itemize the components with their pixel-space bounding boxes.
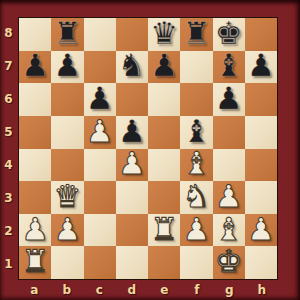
square-e6[interactable] (148, 83, 180, 116)
square-f5[interactable]: ♝ (180, 116, 212, 149)
square-a1[interactable]: ♜ (19, 246, 51, 279)
square-c5[interactable]: ♟ (84, 116, 116, 149)
square-b7[interactable]: ♟ (51, 51, 83, 84)
rank-label-7: 7 (0, 59, 17, 73)
square-h2[interactable]: ♟ (245, 214, 277, 247)
square-b2[interactable]: ♟ (51, 214, 83, 247)
square-a5[interactable] (19, 116, 51, 149)
square-g5[interactable] (213, 116, 245, 149)
black-pawn[interactable]: ♟ (86, 83, 114, 114)
rank-label-3: 3 (0, 191, 17, 205)
rank-label-1: 1 (0, 257, 17, 271)
file-label-f: f (187, 281, 207, 300)
file-label-b: b (57, 281, 77, 300)
square-b6[interactable] (51, 83, 83, 116)
square-g1[interactable]: ♚ (213, 246, 245, 279)
square-d1[interactable] (116, 246, 148, 279)
square-h6[interactable] (245, 83, 277, 116)
square-f4[interactable]: ♝ (180, 149, 212, 182)
white-pawn[interactable]: ♟ (21, 214, 49, 245)
square-b5[interactable] (51, 116, 83, 149)
rank-label-4: 4 (0, 158, 17, 172)
square-g3[interactable]: ♟ (213, 181, 245, 214)
square-e1[interactable] (148, 246, 180, 279)
white-bishop[interactable]: ♝ (182, 148, 210, 179)
white-pawn[interactable]: ♟ (53, 214, 81, 245)
square-h4[interactable] (245, 149, 277, 182)
white-bishop[interactable]: ♝ (215, 214, 243, 245)
square-e3[interactable] (148, 181, 180, 214)
white-knight[interactable]: ♞ (182, 181, 210, 212)
square-d2[interactable] (116, 214, 148, 247)
white-pawn[interactable]: ♟ (86, 116, 114, 147)
square-a2[interactable]: ♟ (19, 214, 51, 247)
white-king[interactable]: ♚ (215, 246, 243, 277)
square-a3[interactable] (19, 181, 51, 214)
square-e8[interactable]: ♛ (148, 18, 180, 51)
square-h3[interactable] (245, 181, 277, 214)
square-d8[interactable] (116, 18, 148, 51)
black-pawn[interactable]: ♟ (150, 50, 178, 81)
black-rook[interactable]: ♜ (182, 18, 210, 49)
square-g6[interactable]: ♟ (213, 83, 245, 116)
square-b8[interactable]: ♜ (51, 18, 83, 51)
black-queen[interactable]: ♛ (150, 18, 178, 49)
square-e5[interactable] (148, 116, 180, 149)
square-a7[interactable]: ♟ (19, 51, 51, 84)
square-h8[interactable] (245, 18, 277, 51)
square-f2[interactable]: ♟ (180, 214, 212, 247)
rank-label-6: 6 (0, 92, 17, 106)
square-a8[interactable] (19, 18, 51, 51)
square-e2[interactable]: ♜ (148, 214, 180, 247)
square-a4[interactable] (19, 149, 51, 182)
white-pawn[interactable]: ♟ (182, 214, 210, 245)
file-label-c: c (89, 281, 109, 300)
square-h7[interactable]: ♟ (245, 51, 277, 84)
square-f7[interactable] (180, 51, 212, 84)
square-c1[interactable] (84, 246, 116, 279)
square-f6[interactable] (180, 83, 212, 116)
square-g7[interactable]: ♝ (213, 51, 245, 84)
file-label-a: a (24, 281, 44, 300)
square-h1[interactable] (245, 246, 277, 279)
black-pawn[interactable]: ♟ (247, 50, 275, 81)
square-f3[interactable]: ♞ (180, 181, 212, 214)
square-g8[interactable]: ♚ (213, 18, 245, 51)
square-e7[interactable]: ♟ (148, 51, 180, 84)
white-pawn[interactable]: ♟ (215, 181, 243, 212)
square-d5[interactable]: ♟ (116, 116, 148, 149)
square-b4[interactable] (51, 149, 83, 182)
square-f1[interactable] (180, 246, 212, 279)
black-pawn[interactable]: ♟ (53, 50, 81, 81)
board-frame: ♜♛♜♚♟♟♞♟♝♟♟♟♟♟♝♟♝♛♞♟♟♟♜♟♝♟♜♚ 87654321abc… (0, 0, 300, 300)
black-knight[interactable]: ♞ (118, 50, 146, 81)
rank-label-5: 5 (0, 125, 17, 139)
square-c3[interactable] (84, 181, 116, 214)
black-pawn[interactable]: ♟ (21, 50, 49, 81)
square-c4[interactable] (84, 149, 116, 182)
square-a6[interactable] (19, 83, 51, 116)
black-rook[interactable]: ♜ (53, 18, 81, 49)
white-queen[interactable]: ♛ (53, 181, 81, 212)
square-d3[interactable] (116, 181, 148, 214)
square-h5[interactable] (245, 116, 277, 149)
rank-label-2: 2 (0, 224, 17, 238)
white-pawn[interactable]: ♟ (247, 214, 275, 245)
square-b3[interactable]: ♛ (51, 181, 83, 214)
square-f8[interactable]: ♜ (180, 18, 212, 51)
square-c7[interactable] (84, 51, 116, 84)
square-d6[interactable] (116, 83, 148, 116)
square-d7[interactable]: ♞ (116, 51, 148, 84)
black-king[interactable]: ♚ (215, 18, 243, 49)
square-c8[interactable] (84, 18, 116, 51)
black-pawn[interactable]: ♟ (118, 116, 146, 147)
black-pawn[interactable]: ♟ (215, 83, 243, 114)
chess-board: ♜♛♜♚♟♟♞♟♝♟♟♟♟♟♝♟♝♛♞♟♟♟♜♟♝♟♜♚ (18, 17, 278, 280)
file-label-d: d (122, 281, 142, 300)
file-label-e: e (154, 281, 174, 300)
square-g2[interactable]: ♝ (213, 214, 245, 247)
square-g4[interactable] (213, 149, 245, 182)
file-label-g: g (219, 281, 239, 300)
square-d4[interactable]: ♟ (116, 149, 148, 182)
square-b1[interactable] (51, 246, 83, 279)
white-rook[interactable]: ♜ (21, 246, 49, 277)
black-bishop[interactable]: ♝ (182, 116, 210, 147)
square-e4[interactable] (148, 149, 180, 182)
square-c6[interactable]: ♟ (84, 83, 116, 116)
square-c2[interactable] (84, 214, 116, 247)
white-rook[interactable]: ♜ (150, 214, 178, 245)
black-bishop[interactable]: ♝ (215, 50, 243, 81)
rank-label-8: 8 (0, 26, 17, 40)
file-label-h: h (252, 281, 272, 300)
white-pawn[interactable]: ♟ (118, 148, 146, 179)
